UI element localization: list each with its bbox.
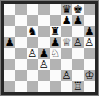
square-c4[interactable]: ♙ [27,48,38,59]
square-b7[interactable] [15,15,26,26]
square-h2[interactable]: ♔ [84,70,95,81]
square-b4[interactable] [15,48,26,59]
square-g3[interactable] [72,59,83,70]
square-d1[interactable] [38,81,49,92]
square-a4[interactable] [4,48,15,59]
square-f1[interactable] [61,81,72,92]
square-g1[interactable]: ♖ [72,81,83,92]
square-b6[interactable] [15,26,26,37]
square-b3[interactable] [15,59,26,70]
white-knight-e4: ♘ [50,48,60,59]
square-a5[interactable]: ♟ [4,37,15,48]
square-d3[interactable]: ♙ [38,59,49,70]
square-c6[interactable]: ♞ [27,26,38,37]
square-b8[interactable] [15,4,26,15]
square-f5[interactable]: ♕ [61,37,72,48]
black-pawn-f7: ♟ [62,15,72,26]
square-b1[interactable] [15,81,26,92]
white-pawn-g5: ♙ [73,37,83,48]
square-g5[interactable]: ♙ [72,37,83,48]
black-knight-c6: ♞ [28,26,38,37]
square-g7[interactable]: ♟ [72,15,83,26]
square-a3[interactable] [4,59,15,70]
square-h1[interactable] [84,81,95,92]
square-a1[interactable] [4,81,15,92]
square-a8[interactable] [4,4,15,15]
square-f4[interactable] [61,48,72,59]
square-f7[interactable]: ♟ [61,15,72,26]
board-frame: ♛♚♟♟♞♜♟♟♟♕♙♙♙♟♘♙♙♔♖ [1,1,98,95]
square-a2[interactable] [4,70,15,81]
square-e3[interactable] [50,59,61,70]
square-d6[interactable] [38,26,49,37]
white-rook-g1: ♖ [73,81,83,92]
screenshot-stage: ♛♚♟♟♞♜♟♟♟♕♙♙♙♟♘♙♙♔♖ [0,0,99,96]
square-b2[interactable] [15,70,26,81]
square-b5[interactable] [15,37,26,48]
square-g4[interactable] [72,48,83,59]
square-e4[interactable]: ♘ [50,48,61,59]
square-d7[interactable] [38,15,49,26]
square-e8[interactable] [50,4,61,15]
square-a7[interactable] [4,15,15,26]
white-queen-f5: ♕ [62,37,72,48]
square-e2[interactable] [50,70,61,81]
square-h5[interactable]: ♙ [84,37,95,48]
black-pawn-g7: ♟ [73,15,83,26]
square-f2[interactable]: ♙ [61,70,72,81]
square-c1[interactable] [27,81,38,92]
square-c2[interactable] [27,70,38,81]
white-pawn-c4: ♙ [28,48,38,59]
white-pawn-f2: ♙ [62,70,72,81]
square-c8[interactable] [27,4,38,15]
square-d8[interactable] [38,4,49,15]
square-c3[interactable] [27,59,38,70]
white-king-h2: ♔ [84,70,94,81]
white-pawn-d3: ♙ [39,59,49,70]
square-d2[interactable] [38,70,49,81]
square-h8[interactable] [84,4,95,15]
black-pawn-a5: ♟ [5,37,15,48]
white-pawn-h5: ♙ [84,37,94,48]
chess-board: ♛♚♟♟♞♜♟♟♟♕♙♙♙♟♘♙♙♔♖ [4,4,95,92]
square-e1[interactable] [50,81,61,92]
square-h4[interactable] [84,48,95,59]
